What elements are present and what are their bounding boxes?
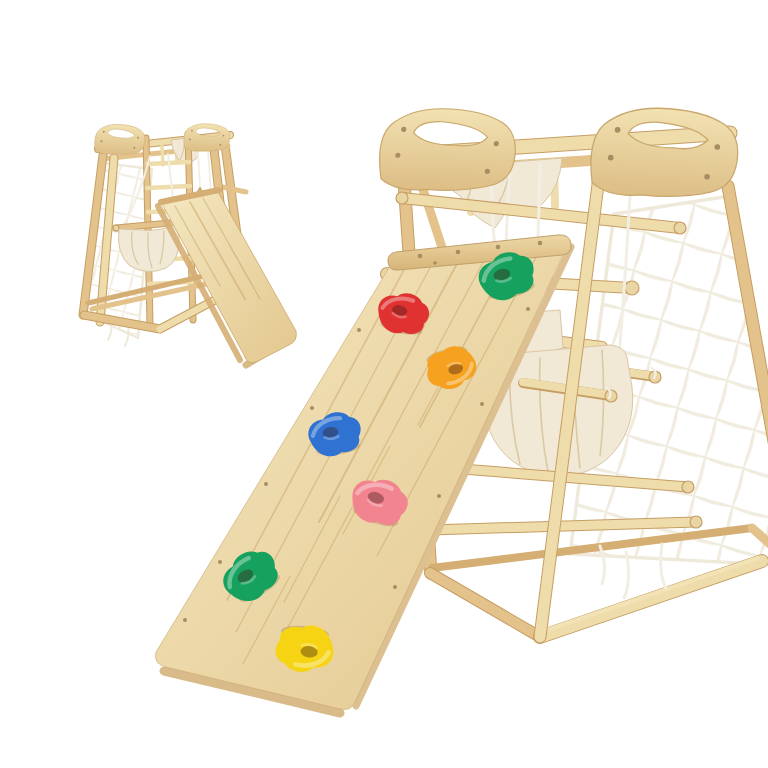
small-handle-panel-left xyxy=(94,123,146,156)
scene-svg xyxy=(40,16,768,768)
large-handle-panel-right xyxy=(589,105,740,201)
small-gym-rear-view xyxy=(83,123,296,365)
large-handle-panel-left xyxy=(379,107,517,194)
small-handle-panel-right xyxy=(183,123,230,152)
large-gym-front-view xyxy=(155,105,768,713)
product-photo-climbing-gym xyxy=(40,16,768,768)
small-slide xyxy=(158,190,296,365)
